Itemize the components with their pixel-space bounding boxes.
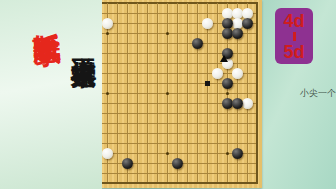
black-stone [192, 38, 203, 49]
star-point [106, 92, 109, 95]
white-stone [102, 148, 113, 159]
rank-badge-top: 4d [283, 12, 304, 30]
black-stone [242, 18, 253, 29]
grid-line-vertical [197, 3, 198, 184]
grid-line-horizontal [77, 113, 258, 114]
grid-line-horizontal [77, 182, 258, 184]
rank-badge-bottom: 5d [283, 43, 304, 61]
star-point [166, 152, 169, 155]
last-move-square-marker [205, 81, 210, 86]
white-stone [102, 18, 113, 29]
grid-line-vertical [217, 3, 218, 184]
grid-line-vertical [256, 3, 258, 184]
white-stone [232, 68, 243, 79]
grid-line-vertical [207, 3, 208, 184]
grid-line-vertical [187, 3, 188, 184]
triangle-marker [220, 55, 228, 62]
white-stone [232, 18, 243, 29]
white-stone [212, 68, 223, 79]
white-stone [222, 8, 233, 19]
black-stone [172, 158, 183, 169]
star-point [106, 32, 109, 35]
black-stone [222, 28, 233, 39]
star-point [226, 152, 229, 155]
grid-line-vertical [177, 3, 178, 184]
star-point [226, 92, 229, 95]
black-stone [222, 98, 233, 109]
left-title-panel: 斩断实战恶手 探索棋之正道 [0, 0, 102, 189]
rank-badge: 4d 5d [275, 8, 313, 64]
black-stone [222, 18, 233, 29]
black-stone [232, 148, 243, 159]
black-stone [222, 78, 233, 89]
rank-badge-divider-bar [293, 32, 296, 41]
black-stone [232, 28, 243, 39]
white-stone [242, 98, 253, 109]
grid-line-horizontal [77, 173, 258, 174]
video-thumbnail: 斩断实战恶手 探索棋之正道 4d 5d 小尖一个 [0, 0, 336, 189]
grid-line-horizontal [77, 163, 258, 164]
grid-line-horizontal [77, 143, 258, 144]
white-stone [202, 18, 213, 29]
grid-line-horizontal [77, 123, 258, 124]
star-point [166, 92, 169, 95]
white-stone [232, 8, 243, 19]
title-red-vertical: 斩断实战恶手 [30, 11, 59, 19]
side-caption: 小尖一个 [300, 87, 336, 100]
black-stone [232, 98, 243, 109]
star-point [166, 32, 169, 35]
white-stone [242, 8, 253, 19]
black-stone [122, 158, 133, 169]
grid-line-horizontal [77, 133, 258, 134]
grid-line-vertical [247, 3, 248, 184]
